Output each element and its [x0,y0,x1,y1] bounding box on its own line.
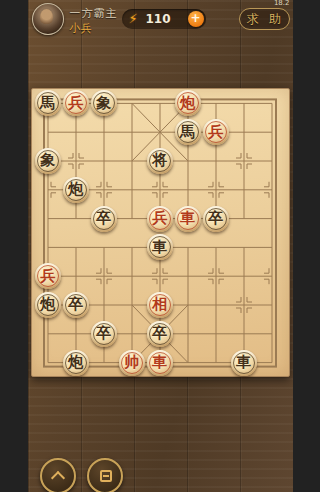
piece-red-相[interactable]: 相 [147,292,173,318]
chevron-up-icon [50,471,64,485]
piece-label: 炮 [180,96,195,111]
corner-text: 18.2 [274,0,290,7]
piece-black-将[interactable]: 将 [147,148,173,174]
piece-label: 卒 [208,211,223,226]
piece-red-帅[interactable]: 帅 [119,350,145,376]
piece-label: 相 [152,297,167,312]
xiangqi-board[interactable]: 馬兵象炮馬兵象将炮卒兵車卒車兵炮卒相卒卒炮帅車車 [31,88,290,377]
piece-red-兵[interactable]: 兵 [35,263,61,289]
piece-label: 車 [152,355,167,370]
energy-pill: ⚡ 110 + [122,9,206,29]
menu-button[interactable] [87,458,123,492]
piece-red-兵[interactable]: 兵 [203,119,229,145]
piece-black-炮[interactable]: 炮 [35,292,61,318]
piece-label: 炮 [40,297,55,312]
piece-black-卒[interactable]: 卒 [203,206,229,232]
piece-label: 兵 [152,211,167,226]
app-screen: 一方霸主 小兵 ⚡ 110 + 求 助 18.2 馬兵象炮馬兵象将炮卒兵車卒車兵… [28,0,293,492]
piece-label: 象 [40,153,55,168]
piece-black-炮[interactable]: 炮 [63,177,89,203]
piece-label: 象 [96,96,111,111]
piece-label: 卒 [96,211,111,226]
menu-icon [100,470,112,482]
piece-red-兵[interactable]: 兵 [63,90,89,116]
piece-label: 炮 [68,355,83,370]
piece-black-卒[interactable]: 卒 [91,321,117,347]
energy-value: 110 [146,12,171,26]
piece-black-象[interactable]: 象 [35,148,61,174]
piece-label: 馬 [180,125,195,140]
piece-label: 将 [152,153,167,168]
piece-black-卒[interactable]: 卒 [147,321,173,347]
piece-label: 兵 [40,269,55,284]
piece-black-卒[interactable]: 卒 [91,206,117,232]
piece-red-車[interactable]: 車 [175,206,201,232]
pieces-layer: 馬兵象炮馬兵象将炮卒兵車卒車兵炮卒相卒卒炮帅車車 [34,89,286,377]
lightning-icon: ⚡ [129,11,138,26]
piece-black-馬[interactable]: 馬 [35,90,61,116]
header: 一方霸主 小兵 ⚡ 110 + 求 助 18.2 [28,0,293,44]
piece-black-馬[interactable]: 馬 [175,119,201,145]
piece-red-炮[interactable]: 炮 [175,90,201,116]
piece-label: 馬 [40,96,55,111]
piece-label: 帅 [124,355,139,370]
piece-label: 卒 [152,326,167,341]
piece-black-炮[interactable]: 炮 [63,350,89,376]
piece-label: 車 [180,211,195,226]
piece-label: 車 [236,355,251,370]
piece-label: 兵 [208,125,223,140]
piece-black-車[interactable]: 車 [147,234,173,260]
piece-label: 炮 [68,182,83,197]
piece-red-車[interactable]: 車 [147,350,173,376]
help-button[interactable]: 求 助 [239,8,290,30]
piece-red-兵[interactable]: 兵 [147,206,173,232]
player-rank: 小兵 [70,21,92,36]
piece-black-象[interactable]: 象 [91,90,117,116]
piece-label: 車 [152,240,167,255]
avatar[interactable] [32,3,64,35]
expand-button[interactable] [40,458,76,492]
add-energy-button[interactable]: + [188,11,204,27]
piece-black-車[interactable]: 車 [231,350,257,376]
piece-label: 兵 [68,96,83,111]
player-name: 一方霸主 [70,6,118,21]
piece-label: 卒 [68,297,83,312]
piece-label: 卒 [96,326,111,341]
piece-black-卒[interactable]: 卒 [63,292,89,318]
